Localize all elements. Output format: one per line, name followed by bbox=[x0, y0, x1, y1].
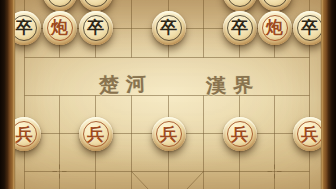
piece-glyph: 兵 bbox=[231, 126, 248, 143]
piece-glyph: 兵 bbox=[87, 126, 104, 143]
piece-glyph: 兵 bbox=[160, 126, 177, 143]
piece-red-file7-rank6[interactable]: 兵 bbox=[223, 117, 257, 151]
xiangqi-board: 楚河 漢界 卒炮卒卒卒炮卒兵兵兵兵兵 bbox=[0, 0, 336, 189]
piece-glyph: 卒 bbox=[301, 19, 318, 36]
piece-red-file2-rank3[interactable]: 炮 bbox=[43, 11, 77, 45]
piece-glyph: 炮 bbox=[51, 19, 68, 36]
piece-ring bbox=[227, 0, 253, 7]
piece-glyph: 兵 bbox=[16, 126, 33, 143]
piece-red-file8-rank3[interactable]: 炮 bbox=[258, 11, 292, 45]
piece-red-file5-rank6[interactable]: 兵 bbox=[152, 117, 186, 151]
piece-red-file3-rank6[interactable]: 兵 bbox=[79, 117, 113, 151]
piece-black-file7-rank3[interactable]: 卒 bbox=[223, 11, 257, 45]
pieces-layer: 卒炮卒卒卒炮卒兵兵兵兵兵 bbox=[0, 0, 336, 189]
piece-ring bbox=[262, 0, 288, 7]
piece-glyph: 卒 bbox=[16, 19, 33, 36]
piece-black-file3-rank2[interactable] bbox=[79, 0, 113, 11]
piece-ring bbox=[47, 0, 73, 7]
piece-black-file3-rank3[interactable]: 卒 bbox=[79, 11, 113, 45]
piece-glyph: 兵 bbox=[301, 126, 318, 143]
piece-black-file8-rank2[interactable] bbox=[258, 0, 292, 11]
piece-black-file2-rank2[interactable] bbox=[43, 0, 77, 11]
piece-glyph: 炮 bbox=[266, 19, 283, 36]
board-frame-right bbox=[321, 0, 336, 189]
piece-black-file5-rank3[interactable]: 卒 bbox=[152, 11, 186, 45]
board-frame-left bbox=[0, 0, 15, 189]
piece-glyph: 卒 bbox=[160, 19, 177, 36]
piece-glyph: 卒 bbox=[87, 19, 104, 36]
piece-black-file7-rank2[interactable] bbox=[223, 0, 257, 11]
piece-glyph: 卒 bbox=[231, 19, 248, 36]
piece-ring bbox=[83, 0, 109, 7]
